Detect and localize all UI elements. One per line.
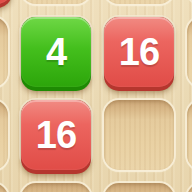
- grid-cell: [104, 0, 174, 4]
- grid-cell: [104, 183, 174, 192]
- grid-cell: [187, 100, 192, 170]
- grid-cell: [187, 17, 192, 87]
- grid-cell: [187, 0, 192, 4]
- tile-face: 16: [21, 100, 91, 170]
- grid-cell: [21, 183, 91, 192]
- tile-4[interactable]: 4: [21, 17, 91, 91]
- game-board[interactable]: 4 16 16: [0, 0, 192, 192]
- tile-value: 16: [119, 33, 159, 71]
- grid-cell: [21, 0, 91, 4]
- tile-16-a[interactable]: 16: [104, 17, 174, 91]
- tile-face: 16: [104, 17, 174, 87]
- grid-cell: [0, 100, 8, 170]
- partial-red-tile[interactable]: [0, 0, 12, 8]
- tile-face: 4: [21, 17, 91, 87]
- tile-face: [0, 0, 12, 4]
- tile-value: 16: [36, 116, 76, 154]
- grid-cell: [187, 183, 192, 192]
- grid-cell: [0, 183, 8, 192]
- tile-16-b[interactable]: 16: [21, 100, 91, 174]
- tile-value: 4: [46, 33, 66, 71]
- grid-cell: [104, 100, 174, 170]
- grid-cell: [0, 17, 8, 87]
